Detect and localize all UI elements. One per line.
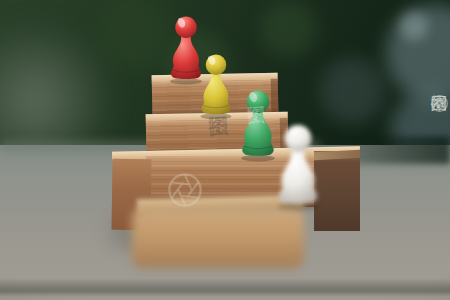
vignette xyxy=(0,0,450,300)
watermark-aperture-icon xyxy=(166,171,204,209)
stock-photo: 摄 图 摄 图 摄 图 网 xyxy=(0,0,450,300)
watermark-site-column: 摄 图 网 xyxy=(428,94,450,113)
watermark-char: 图 xyxy=(246,102,266,128)
watermark-char: 图 xyxy=(207,113,230,141)
watermark-char: 网 xyxy=(431,94,448,112)
